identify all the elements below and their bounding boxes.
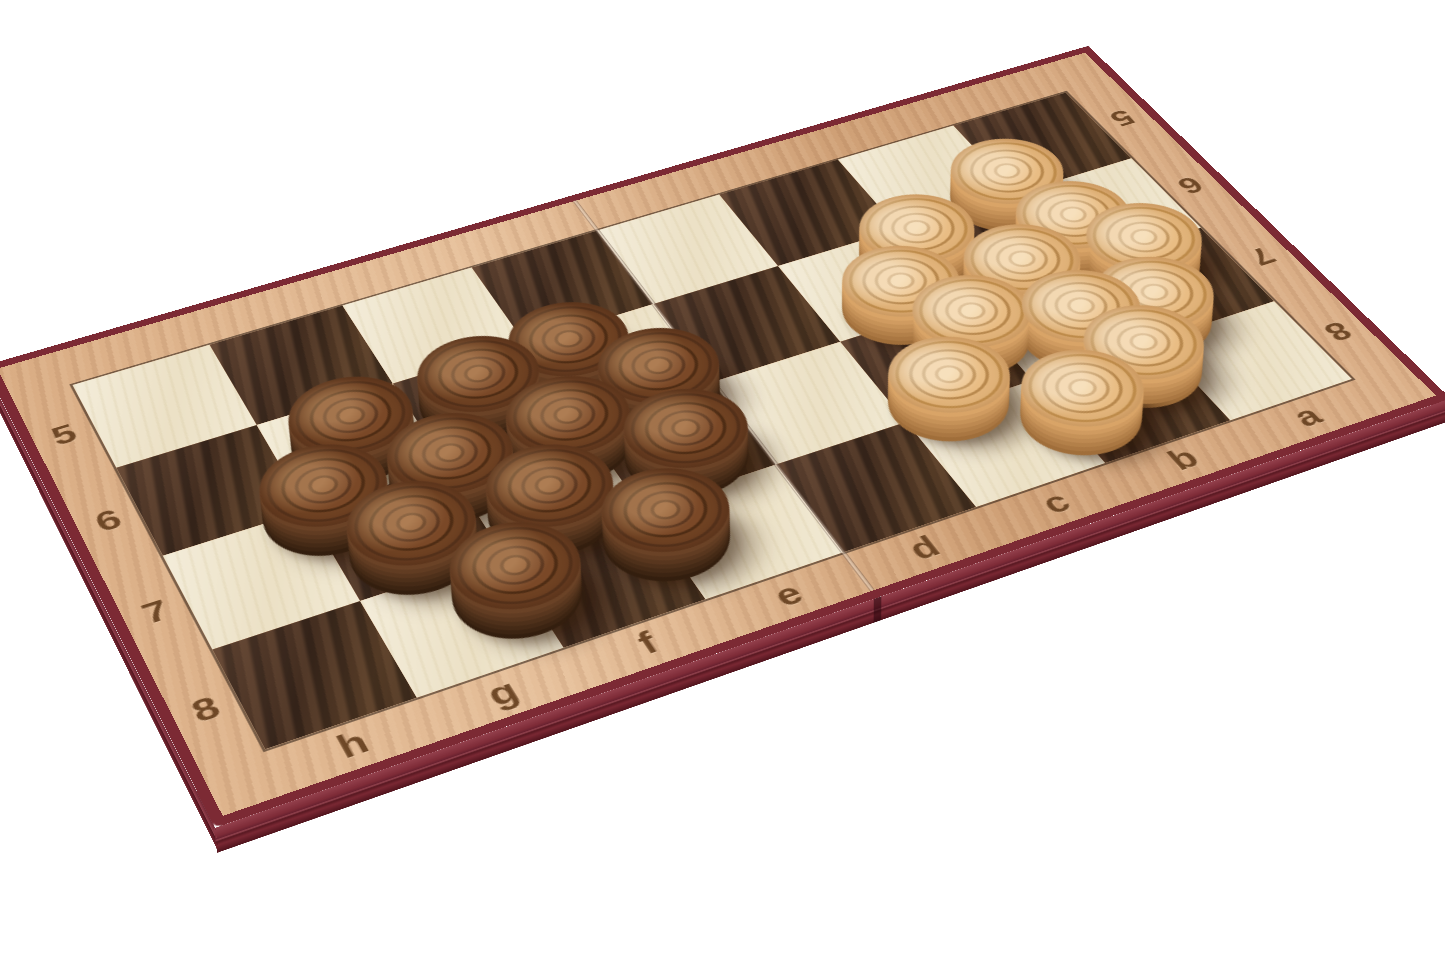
pieces-layer [0, 52, 1435, 815]
checker-light-12-b8[interactable] [998, 365, 1164, 469]
board-frame: 56785678hgfedcba [0, 52, 1435, 815]
game-board: 56785678hgfedcba [0, 45, 1445, 827]
checker-light-11-c7[interactable] [866, 352, 1029, 455]
photo-scene: 56785678hgfedcba [0, 0, 1445, 963]
perspective-scene: 56785678hgfedcba [0, 0, 1445, 963]
